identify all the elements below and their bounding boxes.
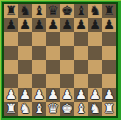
- square-a7[interactable]: ♟: [4, 18, 18, 32]
- piece-white-pawn[interactable]: ♟: [89, 88, 101, 102]
- square-e7[interactable]: ♟: [60, 18, 74, 32]
- square-h1[interactable]: ♜: [102, 102, 116, 116]
- piece-black-pawn[interactable]: ♟: [103, 18, 115, 32]
- square-e4[interactable]: [60, 60, 74, 74]
- square-e5[interactable]: [60, 46, 74, 60]
- square-d6[interactable]: [46, 32, 60, 46]
- square-c3[interactable]: [32, 74, 46, 88]
- square-b5[interactable]: [18, 46, 32, 60]
- square-b8[interactable]: ♞: [18, 4, 32, 18]
- square-c8[interactable]: ♝: [32, 4, 46, 18]
- square-c4[interactable]: [32, 60, 46, 74]
- square-b7[interactable]: ♟: [18, 18, 32, 32]
- piece-black-rook[interactable]: ♜: [103, 4, 115, 18]
- square-f5[interactable]: [74, 46, 88, 60]
- square-d8[interactable]: ♛: [46, 4, 60, 18]
- square-d3[interactable]: [46, 74, 60, 88]
- piece-white-bishop[interactable]: ♝: [33, 102, 45, 116]
- piece-black-bishop[interactable]: ♝: [75, 4, 87, 18]
- square-d5[interactable]: [46, 46, 60, 60]
- square-c7[interactable]: ♟: [32, 18, 46, 32]
- piece-white-pawn[interactable]: ♟: [47, 88, 59, 102]
- piece-black-pawn[interactable]: ♟: [5, 18, 17, 32]
- square-h8[interactable]: ♜: [102, 4, 116, 18]
- piece-black-king[interactable]: ♚: [61, 4, 73, 18]
- square-f3[interactable]: [74, 74, 88, 88]
- square-b6[interactable]: [18, 32, 32, 46]
- square-g6[interactable]: [88, 32, 102, 46]
- square-f1[interactable]: ♝: [74, 102, 88, 116]
- square-e1[interactable]: ♚: [60, 102, 74, 116]
- piece-black-bishop[interactable]: ♝: [33, 4, 45, 18]
- square-d1[interactable]: ♛: [46, 102, 60, 116]
- square-b4[interactable]: [18, 60, 32, 74]
- piece-black-knight[interactable]: ♞: [19, 4, 31, 18]
- board-frame: ♜♞♝♛♚♝♞♜♟♟♟♟♟♟♟♟♟♟♟♟♟♟♟♟♜♞♝♛♚♝♞♜: [0, 0, 121, 120]
- piece-white-rook[interactable]: ♜: [103, 102, 115, 116]
- square-g8[interactable]: ♞: [88, 4, 102, 18]
- square-g2[interactable]: ♟: [88, 88, 102, 102]
- square-g4[interactable]: [88, 60, 102, 74]
- piece-white-knight[interactable]: ♞: [89, 102, 101, 116]
- chess-app-window: ♜♞♝♛♚♝♞♜♟♟♟♟♟♟♟♟♟♟♟♟♟♟♟♟♜♞♝♛♚♝♞♜: [0, 0, 121, 120]
- square-a5[interactable]: [4, 46, 18, 60]
- square-f2[interactable]: ♟: [74, 88, 88, 102]
- square-d2[interactable]: ♟: [46, 88, 60, 102]
- square-f8[interactable]: ♝: [74, 4, 88, 18]
- square-e8[interactable]: ♚: [60, 4, 74, 18]
- piece-white-pawn[interactable]: ♟: [33, 88, 45, 102]
- chess-board: ♜♞♝♛♚♝♞♜♟♟♟♟♟♟♟♟♟♟♟♟♟♟♟♟♜♞♝♛♚♝♞♜: [4, 4, 116, 116]
- square-h3[interactable]: [102, 74, 116, 88]
- square-c1[interactable]: ♝: [32, 102, 46, 116]
- piece-white-knight[interactable]: ♞: [19, 102, 31, 116]
- square-b2[interactable]: ♟: [18, 88, 32, 102]
- piece-white-pawn[interactable]: ♟: [103, 88, 115, 102]
- square-b1[interactable]: ♞: [18, 102, 32, 116]
- square-a1[interactable]: ♜: [4, 102, 18, 116]
- square-d7[interactable]: ♟: [46, 18, 60, 32]
- piece-black-rook[interactable]: ♜: [5, 4, 17, 18]
- piece-black-pawn[interactable]: ♟: [89, 18, 101, 32]
- square-h7[interactable]: ♟: [102, 18, 116, 32]
- piece-white-pawn[interactable]: ♟: [61, 88, 73, 102]
- piece-black-knight[interactable]: ♞: [89, 4, 101, 18]
- square-d4[interactable]: [46, 60, 60, 74]
- board-border: ♜♞♝♛♚♝♞♜♟♟♟♟♟♟♟♟♟♟♟♟♟♟♟♟♜♞♝♛♚♝♞♜: [2, 2, 118, 118]
- piece-black-pawn[interactable]: ♟: [61, 18, 73, 32]
- square-g5[interactable]: [88, 46, 102, 60]
- square-h4[interactable]: [102, 60, 116, 74]
- square-h6[interactable]: [102, 32, 116, 46]
- square-h2[interactable]: ♟: [102, 88, 116, 102]
- square-e3[interactable]: [60, 74, 74, 88]
- square-a4[interactable]: [4, 60, 18, 74]
- piece-black-pawn[interactable]: ♟: [75, 18, 87, 32]
- piece-black-pawn[interactable]: ♟: [33, 18, 45, 32]
- piece-white-bishop[interactable]: ♝: [75, 102, 87, 116]
- square-c2[interactable]: ♟: [32, 88, 46, 102]
- square-f4[interactable]: [74, 60, 88, 74]
- square-h5[interactable]: [102, 46, 116, 60]
- piece-black-pawn[interactable]: ♟: [47, 18, 59, 32]
- piece-white-king[interactable]: ♚: [61, 102, 73, 116]
- square-g1[interactable]: ♞: [88, 102, 102, 116]
- square-c5[interactable]: [32, 46, 46, 60]
- square-f6[interactable]: [74, 32, 88, 46]
- piece-white-pawn[interactable]: ♟: [5, 88, 17, 102]
- square-f7[interactable]: ♟: [74, 18, 88, 32]
- square-a6[interactable]: [4, 32, 18, 46]
- piece-white-rook[interactable]: ♜: [5, 102, 17, 116]
- piece-white-pawn[interactable]: ♟: [19, 88, 31, 102]
- piece-black-pawn[interactable]: ♟: [19, 18, 31, 32]
- square-e2[interactable]: ♟: [60, 88, 74, 102]
- square-g7[interactable]: ♟: [88, 18, 102, 32]
- square-a8[interactable]: ♜: [4, 4, 18, 18]
- square-a2[interactable]: ♟: [4, 88, 18, 102]
- square-g3[interactable]: [88, 74, 102, 88]
- square-a3[interactable]: [4, 74, 18, 88]
- square-e6[interactable]: [60, 32, 74, 46]
- piece-black-queen[interactable]: ♛: [47, 4, 59, 18]
- piece-white-pawn[interactable]: ♟: [75, 88, 87, 102]
- piece-white-queen[interactable]: ♛: [47, 102, 59, 116]
- square-b3[interactable]: [18, 74, 32, 88]
- square-c6[interactable]: [32, 32, 46, 46]
